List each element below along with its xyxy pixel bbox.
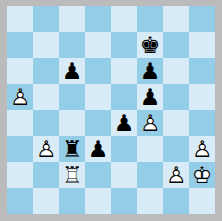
white-pawn: ♙ — [137, 110, 163, 136]
square-g4[interactable] — [163, 110, 189, 136]
square-e7[interactable] — [111, 32, 137, 58]
square-e8[interactable] — [111, 6, 137, 32]
square-d4[interactable] — [85, 110, 111, 136]
square-h1[interactable] — [189, 188, 215, 214]
square-b8[interactable] — [33, 6, 59, 32]
square-d1[interactable] — [85, 188, 111, 214]
square-h6[interactable] — [189, 58, 215, 84]
black-pawn: ♟ — [111, 110, 137, 136]
square-f4[interactable]: ♟♙ — [137, 110, 163, 136]
white-pawn-fill: ♟ — [163, 162, 189, 188]
square-d8[interactable] — [85, 6, 111, 32]
square-c7[interactable] — [59, 32, 85, 58]
square-e4[interactable]: ♟ — [111, 110, 137, 136]
black-pawn: ♟ — [137, 58, 163, 84]
square-b5[interactable] — [33, 84, 59, 110]
white-king: ♔ — [189, 162, 215, 188]
square-c5[interactable] — [59, 84, 85, 110]
square-a2[interactable] — [7, 162, 33, 188]
square-d7[interactable] — [85, 32, 111, 58]
square-f6[interactable]: ♟ — [137, 58, 163, 84]
white-pawn: ♙ — [163, 162, 189, 188]
square-e3[interactable] — [111, 136, 137, 162]
square-a3[interactable] — [7, 136, 33, 162]
black-pawn: ♟ — [85, 136, 111, 162]
square-g5[interactable] — [163, 84, 189, 110]
black-king: ♚ — [137, 32, 163, 58]
square-a4[interactable] — [7, 110, 33, 136]
square-h5[interactable] — [189, 84, 215, 110]
square-d3[interactable]: ♟ — [85, 136, 111, 162]
white-pawn-fill: ♟ — [137, 110, 163, 136]
white-pawn: ♙ — [7, 84, 33, 110]
square-e1[interactable] — [111, 188, 137, 214]
square-f3[interactable] — [137, 136, 163, 162]
square-a1[interactable] — [7, 188, 33, 214]
square-c6[interactable]: ♟ — [59, 58, 85, 84]
square-b1[interactable] — [33, 188, 59, 214]
square-c4[interactable] — [59, 110, 85, 136]
square-g6[interactable] — [163, 58, 189, 84]
square-b2[interactable] — [33, 162, 59, 188]
square-a8[interactable] — [7, 6, 33, 32]
white-rook-fill: ♜ — [59, 162, 85, 188]
white-pawn-fill: ♟ — [189, 136, 215, 162]
square-b6[interactable] — [33, 58, 59, 84]
square-e5[interactable] — [111, 84, 137, 110]
square-g2[interactable]: ♟♙ — [163, 162, 189, 188]
square-h3[interactable]: ♟♙ — [189, 136, 215, 162]
square-f7[interactable]: ♚ — [137, 32, 163, 58]
white-pawn: ♙ — [189, 136, 215, 162]
square-f8[interactable] — [137, 6, 163, 32]
white-pawn-fill: ♟ — [33, 136, 59, 162]
black-pawn: ♟ — [59, 58, 85, 84]
square-c3[interactable]: ♜ — [59, 136, 85, 162]
square-b3[interactable]: ♟♙ — [33, 136, 59, 162]
square-a7[interactable] — [7, 32, 33, 58]
square-g8[interactable] — [163, 6, 189, 32]
square-b4[interactable] — [33, 110, 59, 136]
white-rook: ♖ — [59, 162, 85, 188]
square-d6[interactable] — [85, 58, 111, 84]
square-h2[interactable]: ♚♔ — [189, 162, 215, 188]
square-h8[interactable] — [189, 6, 215, 32]
square-h4[interactable] — [189, 110, 215, 136]
square-a6[interactable] — [7, 58, 33, 84]
chess-board: ♚♟♟♟♙♟♟♟♙♟♙♜♟♟♙♜♖♟♙♚♔ — [7, 6, 215, 214]
square-g3[interactable] — [163, 136, 189, 162]
square-g7[interactable] — [163, 32, 189, 58]
black-rook: ♜ — [59, 136, 85, 162]
square-c8[interactable] — [59, 6, 85, 32]
square-g1[interactable] — [163, 188, 189, 214]
board-frame: ♚♟♟♟♙♟♟♟♙♟♙♜♟♟♙♜♖♟♙♚♔ — [0, 0, 222, 221]
white-pawn-fill: ♟ — [7, 84, 33, 110]
square-e2[interactable] — [111, 162, 137, 188]
square-d5[interactable] — [85, 84, 111, 110]
white-pawn: ♙ — [33, 136, 59, 162]
white-king-fill: ♚ — [189, 162, 215, 188]
square-b7[interactable] — [33, 32, 59, 58]
black-pawn: ♟ — [137, 84, 163, 110]
square-a5[interactable]: ♟♙ — [7, 84, 33, 110]
square-c1[interactable] — [59, 188, 85, 214]
square-f2[interactable] — [137, 162, 163, 188]
square-h7[interactable] — [189, 32, 215, 58]
square-e6[interactable] — [111, 58, 137, 84]
square-c2[interactable]: ♜♖ — [59, 162, 85, 188]
square-f5[interactable]: ♟ — [137, 84, 163, 110]
square-f1[interactable] — [137, 188, 163, 214]
square-d2[interactable] — [85, 162, 111, 188]
